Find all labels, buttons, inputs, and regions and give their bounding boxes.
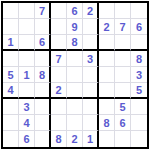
sudoku-cell-r8c1[interactable] [3, 115, 19, 131]
sudoku-cell-r3c3[interactable]: 6 [35, 35, 51, 51]
sudoku-cell-r4c5[interactable] [67, 51, 83, 67]
sudoku-board: 76292761687385183425354866821 [1, 1, 149, 149]
sudoku-cell-r9c2[interactable]: 6 [19, 131, 35, 147]
sudoku-cell-r4c3[interactable] [35, 51, 51, 67]
sudoku-cell-r5c2[interactable]: 1 [19, 67, 35, 83]
sudoku-cell-r8c2[interactable]: 4 [19, 115, 35, 131]
sudoku-cell-r2c7[interactable]: 2 [99, 19, 115, 35]
sudoku-cell-r9c7[interactable] [99, 131, 115, 147]
sudoku-cell-r1c8[interactable] [115, 3, 131, 19]
sudoku-cell-r9c3[interactable] [35, 131, 51, 147]
sudoku-cell-r1c1[interactable] [3, 3, 19, 19]
sudoku-cell-r8c9[interactable] [131, 115, 147, 131]
sudoku-cell-r6c1[interactable]: 4 [3, 83, 19, 99]
sudoku-cell-r6c6[interactable] [83, 83, 99, 99]
sudoku-cell-r8c3[interactable] [35, 115, 51, 131]
sudoku-cell-r7c9[interactable] [131, 99, 147, 115]
sudoku-cell-r1c9[interactable] [131, 3, 147, 19]
sudoku-cell-r5c8[interactable] [115, 67, 131, 83]
sudoku-cell-r8c8[interactable]: 6 [115, 115, 131, 131]
sudoku-cell-r8c7[interactable]: 8 [99, 115, 115, 131]
sudoku-cell-r2c9[interactable]: 6 [131, 19, 147, 35]
sudoku-cell-r5c6[interactable] [83, 67, 99, 83]
sudoku-cell-r5c4[interactable] [51, 67, 67, 83]
sudoku-cell-r7c2[interactable]: 3 [19, 99, 35, 115]
sudoku-cell-r3c2[interactable] [19, 35, 35, 51]
sudoku-cell-r7c7[interactable] [99, 99, 115, 115]
sudoku-cell-r7c6[interactable] [83, 99, 99, 115]
sudoku-cell-r7c5[interactable] [67, 99, 83, 115]
sudoku-cell-r2c5[interactable]: 9 [67, 19, 83, 35]
sudoku-cell-r4c9[interactable]: 8 [131, 51, 147, 67]
sudoku-cell-r3c1[interactable]: 1 [3, 35, 19, 51]
sudoku-cell-r5c7[interactable] [99, 67, 115, 83]
sudoku-cell-r3c7[interactable] [99, 35, 115, 51]
sudoku-cell-r2c4[interactable] [51, 19, 67, 35]
sudoku-cell-r1c2[interactable] [19, 3, 35, 19]
sudoku-cell-r6c9[interactable]: 5 [131, 83, 147, 99]
sudoku-cell-r1c7[interactable] [99, 3, 115, 19]
sudoku-cell-r2c6[interactable] [83, 19, 99, 35]
sudoku-cell-r3c5[interactable]: 8 [67, 35, 83, 51]
sudoku-cell-r5c3[interactable]: 8 [35, 67, 51, 83]
sudoku-cell-r2c2[interactable] [19, 19, 35, 35]
sudoku-cell-r5c9[interactable]: 3 [131, 67, 147, 83]
sudoku-cell-r6c8[interactable] [115, 83, 131, 99]
sudoku-cell-r7c3[interactable] [35, 99, 51, 115]
sudoku-cell-r7c8[interactable]: 5 [115, 99, 131, 115]
sudoku-cell-r4c1[interactable] [3, 51, 19, 67]
sudoku-cell-r2c3[interactable] [35, 19, 51, 35]
sudoku-cell-r9c6[interactable]: 1 [83, 131, 99, 147]
sudoku-cell-r1c4[interactable] [51, 3, 67, 19]
sudoku-cell-r6c3[interactable] [35, 83, 51, 99]
sudoku-cell-r1c6[interactable]: 2 [83, 3, 99, 19]
sudoku-cell-r9c1[interactable] [3, 131, 19, 147]
sudoku-cell-r4c4[interactable]: 7 [51, 51, 67, 67]
sudoku-cell-r3c4[interactable] [51, 35, 67, 51]
sudoku-cell-r1c3[interactable]: 7 [35, 3, 51, 19]
sudoku-cell-r6c5[interactable] [67, 83, 83, 99]
sudoku-cell-r4c7[interactable] [99, 51, 115, 67]
sudoku-cell-r6c7[interactable] [99, 83, 115, 99]
sudoku-cell-r5c5[interactable] [67, 67, 83, 83]
sudoku-cell-r6c4[interactable]: 2 [51, 83, 67, 99]
sudoku-cell-r9c4[interactable]: 8 [51, 131, 67, 147]
sudoku-cell-r9c9[interactable] [131, 131, 147, 147]
sudoku-cell-r8c4[interactable] [51, 115, 67, 131]
sudoku-cell-r3c8[interactable] [115, 35, 131, 51]
sudoku-cell-r7c4[interactable] [51, 99, 67, 115]
sudoku-cell-r1c5[interactable]: 6 [67, 3, 83, 19]
sudoku-cell-r8c6[interactable] [83, 115, 99, 131]
sudoku-cell-r4c6[interactable]: 3 [83, 51, 99, 67]
sudoku-cell-r2c1[interactable] [3, 19, 19, 35]
sudoku-cell-r9c8[interactable] [115, 131, 131, 147]
sudoku-cell-r7c1[interactable] [3, 99, 19, 115]
sudoku-cell-r4c8[interactable] [115, 51, 131, 67]
sudoku-cell-r8c5[interactable] [67, 115, 83, 131]
sudoku-cell-r3c9[interactable] [131, 35, 147, 51]
sudoku-cell-r2c8[interactable]: 7 [115, 19, 131, 35]
sudoku-cell-r6c2[interactable] [19, 83, 35, 99]
sudoku-cell-r4c2[interactable] [19, 51, 35, 67]
sudoku-cell-r5c1[interactable]: 5 [3, 67, 19, 83]
sudoku-cell-r3c6[interactable] [83, 35, 99, 51]
sudoku-cell-r9c5[interactable]: 2 [67, 131, 83, 147]
